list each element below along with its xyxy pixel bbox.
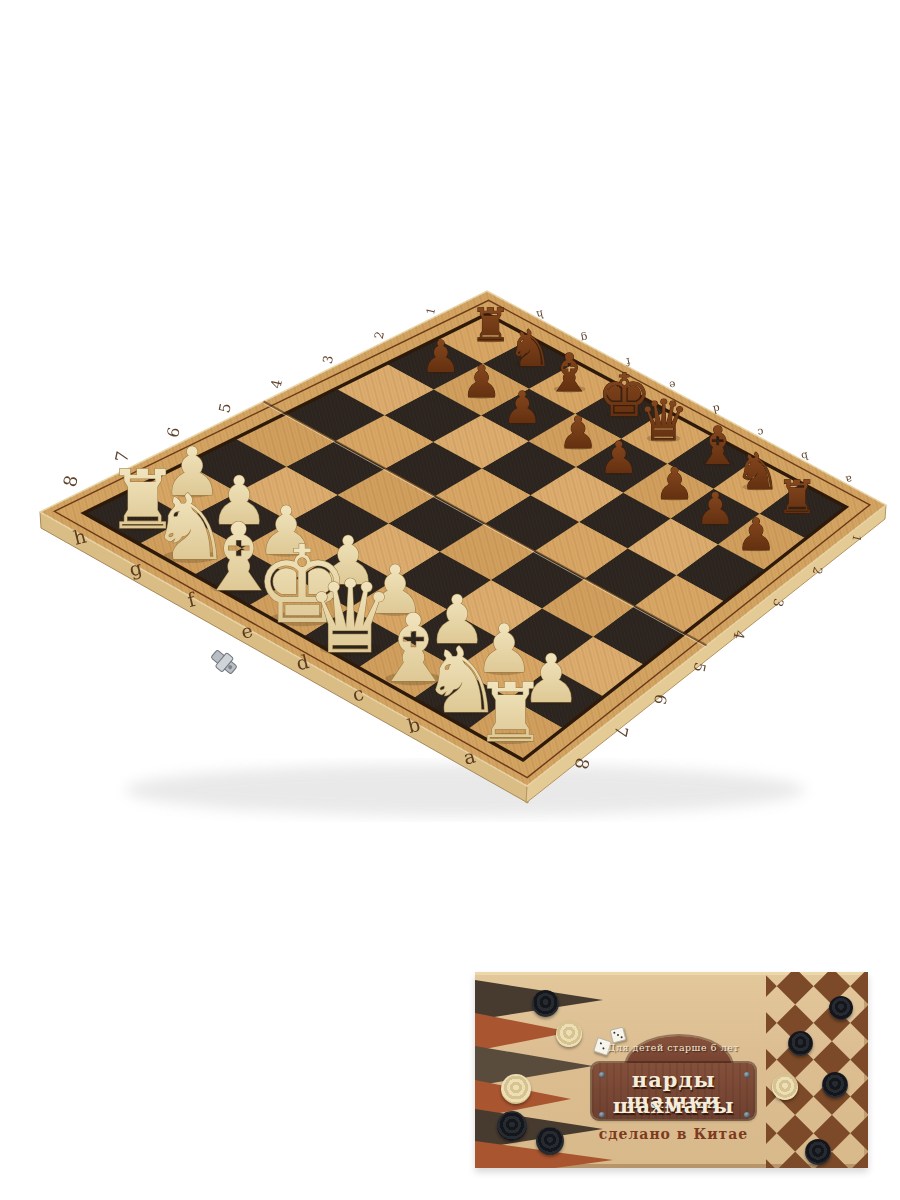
piece-dark-knight-b1: ♞ (735, 442, 780, 501)
coord-rank-4-upper-left: 4 (267, 378, 285, 390)
board-shadow (125, 764, 805, 816)
checker-piece-icon (501, 1074, 531, 1104)
piece-dark-pawn-d2: ♟ (599, 432, 639, 483)
piece-dark-queen-d1: ♛ (638, 388, 688, 453)
piece-dark-rook-a1: ♜ (777, 471, 818, 524)
checker-piece-icon (805, 1139, 831, 1165)
coord-rank-5-upper-left: 5 (215, 402, 235, 415)
made-in-text: сделано в Китае (561, 1126, 785, 1142)
piece-dark-bishop-f1: ♝ (546, 342, 593, 403)
coord-rank-3-upper-left: 3 (320, 354, 336, 365)
checker-piece-icon (497, 1111, 527, 1141)
checker-piece-icon (822, 1072, 848, 1098)
checkers-artwork (766, 972, 868, 1168)
piece-dark-pawn-g2: ♟ (462, 356, 502, 407)
piece-dark-pawn-e2: ♟ (558, 407, 598, 458)
coord-rank-1-upper-left: 1 (424, 306, 438, 316)
checker-piece-icon (532, 990, 559, 1017)
checker-piece-icon (536, 1127, 564, 1155)
checker-piece-icon (788, 1031, 813, 1056)
piece-dark-pawn-a2: ♟ (736, 509, 776, 560)
product-box: Для детей старше 6 лет нарды шашки шахма… (475, 972, 868, 1168)
box-title-line2: шахматы (592, 1095, 755, 1116)
piece-light-rook-a8: ♜ (474, 666, 547, 760)
checker-piece-icon (829, 996, 853, 1020)
piece-dark-pawn-c2: ♟ (655, 458, 695, 509)
checker-piece-icon (772, 1074, 798, 1100)
clasp-icon (208, 647, 239, 678)
product-photo-canvas: 1122334455667788aabbccddeeffgghh♜♞♟♝♟♚♟♛… (0, 0, 900, 1200)
piece-dark-pawn-f2: ♟ (503, 382, 543, 433)
piece-dark-pawn-h2: ♟ (421, 331, 461, 382)
age-restriction-text: Для детей старше 6 лет (593, 1042, 754, 1053)
coord-rank-7-lower-right: 7 (610, 724, 632, 739)
coord-rank-6-lower-right: 6 (650, 692, 671, 706)
piece-dark-pawn-b2: ♟ (696, 483, 736, 534)
piece-dark-rook-h1: ♜ (470, 299, 511, 352)
coord-rank-2-upper-left: 2 (372, 330, 387, 340)
checker-piece-icon (556, 1021, 582, 1047)
coord-rank-8-upper-left: 8 (59, 473, 82, 489)
